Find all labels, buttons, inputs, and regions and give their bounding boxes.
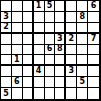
given-digit-r2c1[interactable]: 3 <box>1 12 12 23</box>
cell-r2c7[interactable] <box>66 12 77 23</box>
cell-r4c8[interactable] <box>77 34 88 45</box>
cell-r1c6[interactable] <box>55 1 66 12</box>
cell-r2c4[interactable] <box>34 12 45 23</box>
given-digit-r4c7[interactable]: 2 <box>66 34 77 45</box>
given-digit-r1c4[interactable]: 1 <box>34 1 45 12</box>
cell-r1c2[interactable] <box>12 1 23 12</box>
cell-r6c1[interactable] <box>1 55 12 66</box>
given-digit-r2c8[interactable]: 8 <box>77 12 88 23</box>
cell-r8c1[interactable] <box>1 77 12 88</box>
cell-r8c4[interactable] <box>34 77 45 88</box>
cell-r9c4[interactable] <box>34 88 45 99</box>
cell-r7c8[interactable] <box>77 66 88 77</box>
given-digit-r8c8[interactable]: 5 <box>77 77 88 88</box>
cell-r8c7[interactable] <box>66 77 77 88</box>
cell-r6c5[interactable] <box>45 55 56 66</box>
cell-r7c5[interactable] <box>45 66 56 77</box>
given-digit-r1c9[interactable]: 6 <box>88 1 99 12</box>
given-digit-r4c6[interactable]: 3 <box>55 34 66 45</box>
cell-r2c3[interactable] <box>23 12 34 23</box>
cell-r7c3[interactable] <box>23 66 34 77</box>
cell-r7c2[interactable] <box>12 66 23 77</box>
given-digit-r4c9[interactable]: 7 <box>88 34 99 45</box>
cell-r6c7[interactable] <box>66 55 77 66</box>
cell-r1c7[interactable] <box>66 1 77 12</box>
cell-r5c7[interactable] <box>66 45 77 56</box>
cell-r8c6[interactable] <box>55 77 66 88</box>
cell-r5c9[interactable] <box>88 45 99 56</box>
given-digit-r1c5[interactable]: 5 <box>45 1 56 12</box>
cell-r6c8[interactable] <box>77 55 88 66</box>
cell-r3c2[interactable] <box>12 23 23 34</box>
given-digit-r8c2[interactable]: 6 <box>12 77 23 88</box>
cell-r8c3[interactable] <box>23 77 34 88</box>
given-digit-r7c4[interactable]: 4 <box>34 66 45 77</box>
cell-r4c5[interactable] <box>45 34 56 45</box>
cell-r3c8[interactable] <box>77 23 88 34</box>
given-digit-r9c1[interactable]: 5 <box>1 88 12 99</box>
cell-r3c9[interactable] <box>88 23 99 34</box>
cell-r3c7[interactable] <box>66 23 77 34</box>
given-digit-r6c2[interactable]: 1 <box>12 55 23 66</box>
cell-r2c5[interactable] <box>45 12 56 23</box>
cell-r6c4[interactable] <box>34 55 45 66</box>
cell-r9c3[interactable] <box>23 88 34 99</box>
cell-r5c8[interactable] <box>77 45 88 56</box>
cell-r2c6[interactable] <box>55 12 66 23</box>
cell-r9c2[interactable] <box>12 88 23 99</box>
cell-r4c4[interactable] <box>34 34 45 45</box>
cell-r9c7[interactable] <box>66 88 77 99</box>
cell-r3c5[interactable] <box>45 23 56 34</box>
sudoku-board: 15638232768143655 <box>0 0 101 101</box>
cell-r8c9[interactable] <box>88 77 99 88</box>
cell-r5c4[interactable] <box>34 45 45 56</box>
cell-r9c8[interactable] <box>77 88 88 99</box>
cell-r5c1[interactable] <box>1 45 12 56</box>
cell-r2c2[interactable] <box>12 12 23 23</box>
given-digit-r5c5[interactable]: 6 <box>45 45 56 56</box>
cell-r4c3[interactable] <box>23 34 34 45</box>
cell-r8c5[interactable] <box>45 77 56 88</box>
cell-r3c6[interactable] <box>55 23 66 34</box>
given-digit-r5c6[interactable]: 8 <box>55 45 66 56</box>
cell-r9c6[interactable] <box>55 88 66 99</box>
given-digit-r3c1[interactable]: 2 <box>1 23 12 34</box>
sudoku-puzzle: 15638232768143655 <box>0 0 101 101</box>
cell-r5c3[interactable] <box>23 45 34 56</box>
cell-r7c9[interactable] <box>88 66 99 77</box>
cell-r1c1[interactable] <box>1 1 12 12</box>
cell-r4c1[interactable] <box>1 34 12 45</box>
cell-r3c4[interactable] <box>34 23 45 34</box>
cell-r9c5[interactable] <box>45 88 56 99</box>
cell-r7c6[interactable] <box>55 66 66 77</box>
given-digit-r7c7[interactable]: 3 <box>66 66 77 77</box>
cell-r1c3[interactable] <box>23 1 34 12</box>
cell-r6c6[interactable] <box>55 55 66 66</box>
cell-r9c9[interactable] <box>88 88 99 99</box>
cell-r1c8[interactable] <box>77 1 88 12</box>
cell-r6c9[interactable] <box>88 55 99 66</box>
cell-r6c3[interactable] <box>23 55 34 66</box>
cell-r2c9[interactable] <box>88 12 99 23</box>
cell-r4c2[interactable] <box>12 34 23 45</box>
cell-r5c2[interactable] <box>12 45 23 56</box>
cell-r3c3[interactable] <box>23 23 34 34</box>
cell-r7c1[interactable] <box>1 66 12 77</box>
